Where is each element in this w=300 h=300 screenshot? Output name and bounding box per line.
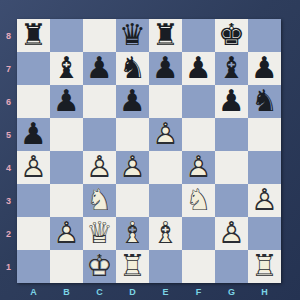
piece-black-king[interactable]: ♚ <box>215 19 248 52</box>
piece-black-bishop[interactable]: ♝ <box>215 52 248 85</box>
white-pawn-outline-icon: ♙ <box>182 150 215 183</box>
piece-black-knight[interactable]: ♞ <box>248 85 281 118</box>
square-d6[interactable]: ♟ <box>116 85 149 118</box>
square-e2[interactable]: ♝♗ <box>149 217 182 250</box>
piece-black-pawn[interactable]: ♟ <box>215 85 248 118</box>
square-a4[interactable]: ♟♙ <box>17 151 50 184</box>
square-b3[interactable] <box>50 184 83 217</box>
chess-diagram: 87654321 ♜♛♜♚♝♟♞♟♟♝♟♟♟♟♞♟♟♙♟♙♟♙♟♙♟♙♞♘♞♘♟… <box>0 0 300 300</box>
square-e8[interactable]: ♜ <box>149 19 182 52</box>
piece-white-pawn[interactable]: ♟♙ <box>182 151 215 184</box>
piece-black-pawn[interactable]: ♟ <box>182 52 215 85</box>
piece-white-pawn[interactable]: ♟♙ <box>149 118 182 151</box>
white-bishop-outline-icon: ♗ <box>116 216 149 249</box>
black-pawn-icon: ♟ <box>83 51 116 84</box>
square-c1[interactable]: ♚♔ <box>83 250 116 283</box>
white-bishop-outline-icon: ♗ <box>149 216 182 249</box>
piece-white-pawn[interactable]: ♟♙ <box>116 151 149 184</box>
square-g7[interactable]: ♝ <box>215 52 248 85</box>
piece-white-pawn[interactable]: ♟♙ <box>215 217 248 250</box>
file-label-G: G <box>215 283 248 300</box>
black-knight-icon: ♞ <box>248 84 281 117</box>
square-h4[interactable] <box>248 151 281 184</box>
black-rook-icon: ♜ <box>149 18 182 51</box>
rank-label-5: 5 <box>0 118 17 151</box>
square-g3[interactable] <box>215 184 248 217</box>
white-knight-outline-icon: ♘ <box>83 183 116 216</box>
square-g8[interactable]: ♚ <box>215 19 248 52</box>
square-c7[interactable]: ♟ <box>83 52 116 85</box>
black-pawn-icon: ♟ <box>17 117 50 150</box>
piece-black-pawn[interactable]: ♟ <box>116 85 149 118</box>
rank-label-3: 3 <box>0 184 17 217</box>
file-label-A: A <box>17 283 50 300</box>
rank-label-6: 6 <box>0 85 17 118</box>
square-g6[interactable]: ♟ <box>215 85 248 118</box>
square-a6[interactable] <box>17 85 50 118</box>
black-pawn-icon: ♟ <box>182 51 215 84</box>
piece-black-pawn[interactable]: ♟ <box>83 52 116 85</box>
white-knight-outline-icon: ♘ <box>182 183 215 216</box>
piece-white-king[interactable]: ♚♔ <box>83 250 116 283</box>
square-h6[interactable]: ♞ <box>248 85 281 118</box>
square-h7[interactable]: ♟ <box>248 52 281 85</box>
piece-black-rook[interactable]: ♜ <box>17 19 50 52</box>
square-b1[interactable] <box>50 250 83 283</box>
square-g1[interactable] <box>215 250 248 283</box>
white-pawn-outline-icon: ♙ <box>215 216 248 249</box>
square-h2[interactable] <box>248 217 281 250</box>
file-label-D: D <box>116 283 149 300</box>
square-b8[interactable] <box>50 19 83 52</box>
file-labels: ABCDEFGH <box>17 283 281 300</box>
square-f6[interactable] <box>182 85 215 118</box>
square-f1[interactable] <box>182 250 215 283</box>
black-rook-icon: ♜ <box>17 18 50 51</box>
piece-white-bishop[interactable]: ♝♗ <box>149 217 182 250</box>
piece-white-bishop[interactable]: ♝♗ <box>116 217 149 250</box>
square-d3[interactable] <box>116 184 149 217</box>
square-f4[interactable]: ♟♙ <box>182 151 215 184</box>
piece-white-rook[interactable]: ♜♖ <box>248 250 281 283</box>
black-knight-icon: ♞ <box>116 51 149 84</box>
white-pawn-outline-icon: ♙ <box>83 150 116 183</box>
square-e5[interactable]: ♟♙ <box>149 118 182 151</box>
white-pawn-outline-icon: ♙ <box>248 183 281 216</box>
white-rook-outline-icon: ♖ <box>116 249 149 282</box>
black-pawn-icon: ♟ <box>149 51 182 84</box>
file-label-B: B <box>50 283 83 300</box>
square-a8[interactable]: ♜ <box>17 19 50 52</box>
white-rook-outline-icon: ♖ <box>248 249 281 282</box>
square-c3[interactable]: ♞♘ <box>83 184 116 217</box>
black-bishop-icon: ♝ <box>50 51 83 84</box>
square-b4[interactable] <box>50 151 83 184</box>
piece-black-pawn[interactable]: ♟ <box>17 118 50 151</box>
square-f5[interactable] <box>182 118 215 151</box>
square-d7[interactable]: ♞ <box>116 52 149 85</box>
rank-label-8: 8 <box>0 19 17 52</box>
file-label-H: H <box>248 283 281 300</box>
square-f3[interactable]: ♞♘ <box>182 184 215 217</box>
square-a5[interactable]: ♟ <box>17 118 50 151</box>
piece-black-rook[interactable]: ♜ <box>149 19 182 52</box>
square-g4[interactable] <box>215 151 248 184</box>
square-a1[interactable] <box>17 250 50 283</box>
rank-label-1: 1 <box>0 250 17 283</box>
rank-labels: 87654321 <box>0 19 17 283</box>
square-c4[interactable]: ♟♙ <box>83 151 116 184</box>
square-d2[interactable]: ♝♗ <box>116 217 149 250</box>
chess-board[interactable]: ♜♛♜♚♝♟♞♟♟♝♟♟♟♟♞♟♟♙♟♙♟♙♟♙♟♙♞♘♞♘♟♙♟♙♛♕♝♗♝♗… <box>17 19 281 283</box>
piece-white-knight[interactable]: ♞♘ <box>83 184 116 217</box>
piece-white-rook[interactable]: ♜♖ <box>116 250 149 283</box>
square-f8[interactable] <box>182 19 215 52</box>
black-bishop-icon: ♝ <box>215 51 248 84</box>
square-a2[interactable] <box>17 217 50 250</box>
square-d1[interactable]: ♜♖ <box>116 250 149 283</box>
square-e7[interactable]: ♟ <box>149 52 182 85</box>
square-b2[interactable]: ♟♙ <box>50 217 83 250</box>
rank-label-4: 4 <box>0 151 17 184</box>
white-queen-outline-icon: ♕ <box>83 216 116 249</box>
white-pawn-outline-icon: ♙ <box>17 150 50 183</box>
piece-black-knight[interactable]: ♞ <box>116 52 149 85</box>
black-pawn-icon: ♟ <box>215 84 248 117</box>
piece-white-pawn[interactable]: ♟♙ <box>248 184 281 217</box>
square-e4[interactable] <box>149 151 182 184</box>
piece-black-pawn[interactable]: ♟ <box>149 52 182 85</box>
black-pawn-icon: ♟ <box>248 51 281 84</box>
square-g2[interactable]: ♟♙ <box>215 217 248 250</box>
square-d8[interactable]: ♛ <box>116 19 149 52</box>
square-h8[interactable] <box>248 19 281 52</box>
square-b7[interactable]: ♝ <box>50 52 83 85</box>
square-c8[interactable] <box>83 19 116 52</box>
rank-label-7: 7 <box>0 52 17 85</box>
piece-black-queen[interactable]: ♛ <box>116 19 149 52</box>
piece-white-knight[interactable]: ♞♘ <box>182 184 215 217</box>
square-d4[interactable]: ♟♙ <box>116 151 149 184</box>
white-king-outline-icon: ♔ <box>83 249 116 282</box>
square-h1[interactable]: ♜♖ <box>248 250 281 283</box>
square-c5[interactable] <box>83 118 116 151</box>
piece-white-pawn[interactable]: ♟♙ <box>83 151 116 184</box>
piece-white-pawn[interactable]: ♟♙ <box>50 217 83 250</box>
piece-black-pawn[interactable]: ♟ <box>50 85 83 118</box>
black-queen-icon: ♛ <box>116 18 149 51</box>
square-f2[interactable] <box>182 217 215 250</box>
square-f7[interactable]: ♟ <box>182 52 215 85</box>
square-a3[interactable] <box>17 184 50 217</box>
square-b5[interactable] <box>50 118 83 151</box>
file-label-E: E <box>149 283 182 300</box>
piece-white-pawn[interactable]: ♟♙ <box>17 151 50 184</box>
file-label-F: F <box>182 283 215 300</box>
square-d5[interactable] <box>116 118 149 151</box>
piece-white-queen[interactable]: ♛♕ <box>83 217 116 250</box>
square-c6[interactable] <box>83 85 116 118</box>
square-c2[interactable]: ♛♕ <box>83 217 116 250</box>
square-h3[interactable]: ♟♙ <box>248 184 281 217</box>
square-b6[interactable]: ♟ <box>50 85 83 118</box>
square-e3[interactable] <box>149 184 182 217</box>
piece-black-bishop[interactable]: ♝ <box>50 52 83 85</box>
black-pawn-icon: ♟ <box>116 84 149 117</box>
square-e6[interactable] <box>149 85 182 118</box>
black-king-icon: ♚ <box>215 18 248 51</box>
square-e1[interactable] <box>149 250 182 283</box>
file-label-C: C <box>83 283 116 300</box>
piece-black-pawn[interactable]: ♟ <box>248 52 281 85</box>
white-pawn-outline-icon: ♙ <box>149 117 182 150</box>
white-pawn-outline-icon: ♙ <box>50 216 83 249</box>
square-a7[interactable] <box>17 52 50 85</box>
black-pawn-icon: ♟ <box>50 84 83 117</box>
white-pawn-outline-icon: ♙ <box>116 150 149 183</box>
rank-label-2: 2 <box>0 217 17 250</box>
square-g5[interactable] <box>215 118 248 151</box>
square-h5[interactable] <box>248 118 281 151</box>
